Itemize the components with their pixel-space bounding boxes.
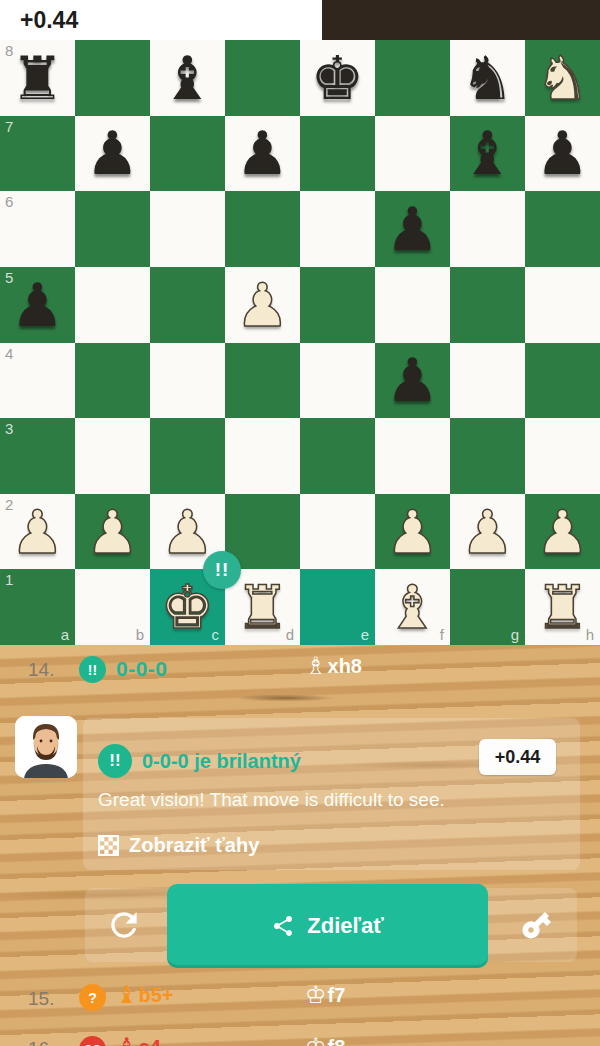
piece-black-pawn: ♟ [225, 116, 300, 192]
rank-label: 5 [5, 269, 13, 286]
square-a8[interactable]: 8♜ [0, 40, 75, 116]
square-f5[interactable] [375, 267, 450, 343]
square-c6[interactable] [150, 191, 225, 267]
king-icon: ♔ [305, 983, 327, 1007]
coach-comment-text: Great vision! That move is difficult to … [98, 789, 445, 811]
bishop-icon: ♝ [116, 1035, 138, 1046]
file-label: g [511, 626, 519, 643]
square-e1[interactable]: e [300, 569, 375, 645]
square-c5[interactable] [150, 267, 225, 343]
piece-black-pawn: ♟ [375, 191, 450, 267]
square-a3[interactable]: 3 [0, 418, 75, 494]
square-b5[interactable] [75, 267, 150, 343]
file-label: c [212, 626, 220, 643]
piece-white-pawn: ♟ [75, 494, 150, 570]
square-f3[interactable] [375, 418, 450, 494]
square-a5[interactable]: 5♟ [0, 267, 75, 343]
piece-black-pawn: ♟ [525, 116, 600, 192]
coach-avatar [15, 716, 77, 778]
square-g2[interactable]: ♟ [450, 494, 525, 570]
square-d5[interactable]: ♟ [225, 267, 300, 343]
chess-board: 8♜♝♚♞♞7♟♟♝♟6♟5♟♟4♟32♟♟♟♟♟♟1abc♚d♜ef♝gh♜ [0, 40, 600, 645]
square-h8[interactable]: ♞ [525, 40, 600, 116]
share-label: Zdieľať [307, 913, 383, 939]
square-e7[interactable] [300, 116, 375, 192]
file-label: a [61, 626, 69, 643]
square-g6[interactable] [450, 191, 525, 267]
black-move-14[interactable]: ♗ xh8 [305, 654, 362, 678]
refresh-icon [105, 906, 143, 944]
show-moves-label: Zobraziť ťahy [129, 834, 259, 857]
rank-label: 1 [5, 571, 13, 588]
move-number: 14. [28, 659, 54, 681]
rank-label: 4 [5, 345, 13, 362]
square-e3[interactable] [300, 418, 375, 494]
rank-label: 2 [5, 496, 13, 513]
square-d6[interactable] [225, 191, 300, 267]
square-b4[interactable] [75, 343, 150, 419]
piece-white-bishop: ♝ [375, 569, 450, 645]
square-a2[interactable]: 2♟ [0, 494, 75, 570]
square-a7[interactable]: 7 [0, 116, 75, 192]
board-icon [98, 835, 119, 856]
move-quality-headline: 0-0-0 je brilantný [142, 750, 301, 773]
brilliant-move-badge: !! [203, 551, 241, 589]
white-move-14[interactable]: 0-0-0 [116, 657, 168, 681]
piece-black-knight: ♞ [450, 40, 525, 116]
rank-label: 7 [5, 118, 13, 135]
square-b7[interactable]: ♟ [75, 116, 150, 192]
black-move-15[interactable]: ♔ f7 [305, 983, 345, 1007]
square-a1[interactable]: 1a [0, 569, 75, 645]
brilliant-badge-card: !! [98, 744, 132, 778]
evaluation-badge: +0.44 [479, 739, 556, 775]
square-h1[interactable]: h♜ [525, 569, 600, 645]
piece-black-bishop: ♝ [450, 116, 525, 192]
move-number: 16. [28, 1038, 54, 1046]
piece-white-pawn: ♟ [225, 267, 300, 343]
square-g4[interactable] [450, 343, 525, 419]
rank-label: 3 [5, 420, 13, 437]
square-h7[interactable]: ♟ [525, 116, 600, 192]
move-number: 15. [28, 988, 54, 1010]
show-moves-button[interactable]: Zobraziť ťahy [98, 834, 259, 857]
square-f4[interactable]: ♟ [375, 343, 450, 419]
square-f1[interactable]: f♝ [375, 569, 450, 645]
square-f8[interactable] [375, 40, 450, 116]
mistake-badge: ? [79, 984, 106, 1011]
square-a6[interactable]: 6 [0, 191, 75, 267]
share-button[interactable]: Zdieľať [167, 884, 488, 968]
square-b1[interactable]: b [75, 569, 150, 645]
square-d8[interactable] [225, 40, 300, 116]
bishop-icon: ♗ [305, 654, 327, 678]
square-b6[interactable] [75, 191, 150, 267]
retry-button[interactable] [102, 903, 146, 947]
square-h2[interactable]: ♟ [525, 494, 600, 570]
rank-label: 8 [5, 42, 13, 59]
square-g3[interactable] [450, 418, 525, 494]
bishop-icon: ♝ [116, 983, 138, 1007]
piece-white-pawn: ♟ [450, 494, 525, 570]
piece-white-pawn: ♟ [525, 494, 600, 570]
square-d4[interactable] [225, 343, 300, 419]
square-b8[interactable] [75, 40, 150, 116]
square-g1[interactable]: g [450, 569, 525, 645]
black-move-16[interactable]: ♔ f8 [305, 1035, 345, 1046]
rank-label: 6 [5, 193, 13, 210]
square-h5[interactable] [525, 267, 600, 343]
square-f2[interactable]: ♟ [375, 494, 450, 570]
topbar-dark-segment [322, 0, 600, 40]
white-move-16[interactable]: ♝ c4 [116, 1035, 161, 1046]
square-h3[interactable] [525, 418, 600, 494]
file-label: e [361, 626, 369, 643]
square-c7[interactable] [150, 116, 225, 192]
brilliant-badge-small: !! [79, 656, 106, 683]
square-d7[interactable]: ♟ [225, 116, 300, 192]
white-move-15[interactable]: ♝ b5+ [116, 983, 174, 1007]
square-g5[interactable] [450, 267, 525, 343]
share-icon [271, 914, 295, 938]
square-g7[interactable]: ♝ [450, 116, 525, 192]
square-f6[interactable]: ♟ [375, 191, 450, 267]
square-e5[interactable] [300, 267, 375, 343]
square-c8[interactable]: ♝ [150, 40, 225, 116]
file-label: b [136, 626, 144, 643]
top-eval-bar: +0.44 [0, 0, 600, 40]
piece-black-bishop: ♝ [150, 40, 225, 116]
square-c3[interactable] [150, 418, 225, 494]
square-b3[interactable] [75, 418, 150, 494]
square-e6[interactable] [300, 191, 375, 267]
piece-black-pawn: ♟ [375, 343, 450, 419]
square-b2[interactable]: ♟ [75, 494, 150, 570]
square-h4[interactable] [525, 343, 600, 419]
evaluation-score: +0.44 [20, 7, 78, 34]
piece-white-pawn: ♟ [375, 494, 450, 570]
analysis-screen: +0.44 8♜♝♚♞♞7♟♟♝♟6♟5♟♟4♟32♟♟♟♟♟♟1abc♚d♜e… [0, 0, 600, 1046]
avatar-illustration [15, 716, 77, 778]
file-label: f [440, 626, 444, 643]
file-label: h [586, 626, 594, 643]
square-d3[interactable] [225, 418, 300, 494]
square-e2[interactable] [300, 494, 375, 570]
piece-black-king: ♚ [300, 40, 375, 116]
square-c4[interactable] [150, 343, 225, 419]
piece-white-knight: ♞ [525, 40, 600, 116]
square-a4[interactable]: 4 [0, 343, 75, 419]
square-e4[interactable] [300, 343, 375, 419]
square-f7[interactable] [375, 116, 450, 192]
king-icon: ♔ [305, 1035, 327, 1046]
square-h6[interactable] [525, 191, 600, 267]
piece-black-pawn: ♟ [75, 116, 150, 192]
square-g8[interactable]: ♞ [450, 40, 525, 116]
file-label: d [286, 626, 294, 643]
square-e8[interactable]: ♚ [300, 40, 375, 116]
